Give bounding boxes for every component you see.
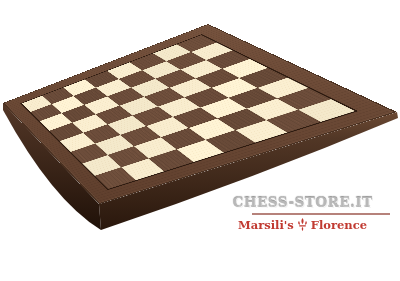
product-photo-stage: CHESS-STORE.IT Marsili'sFlorence bbox=[0, 0, 400, 281]
